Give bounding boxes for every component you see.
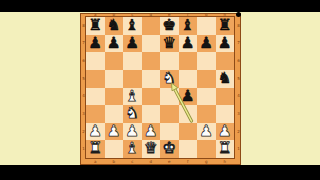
square-d7 (142, 35, 161, 53)
square-e5: ♞ (160, 70, 179, 88)
black-pawn: ♟ (125, 35, 139, 51)
square-d5 (142, 70, 161, 88)
file-label-h: h (223, 160, 226, 164)
black-pawn: ♟ (181, 88, 195, 104)
square-g3 (197, 105, 216, 123)
file-label-g: g (205, 160, 208, 164)
square-b1 (105, 140, 124, 158)
letterbox-bottom (0, 165, 320, 180)
white-rook: ♜ (218, 141, 232, 157)
square-d4 (142, 88, 161, 106)
square-h2: ♟ (216, 123, 235, 141)
black-pawn: ♟ (199, 35, 213, 51)
square-f5 (179, 70, 198, 88)
black-king: ♚ (162, 18, 176, 34)
file-labels-bottom: abcdefgh (86, 160, 234, 164)
square-f8: ♝ (179, 17, 198, 35)
rank-labels-right: 87654321 (236, 17, 241, 158)
square-h8: ♜ (216, 17, 235, 35)
square-e8: ♚ (160, 17, 179, 35)
white-queen: ♛ (144, 141, 158, 157)
file-label-a: a (94, 160, 96, 164)
square-c1: ♝ (123, 140, 142, 158)
square-e7: ♛ (160, 35, 179, 53)
square-c6 (123, 52, 142, 70)
white-rook: ♜ (88, 141, 102, 157)
square-g5 (197, 70, 216, 88)
white-king: ♚ (162, 141, 176, 157)
black-to-move-dot (236, 12, 241, 17)
file-label-e: e (168, 160, 170, 164)
letterbox-top (0, 0, 320, 12)
white-knight: ♞ (162, 70, 176, 86)
board-squares: ♜♞♝♚♝♜♟♟♟♛♟♟♟♞♞♝♟♞♟♟♟♟♟♟♜♝♛♚♜ (86, 17, 234, 158)
square-c8: ♝ (123, 17, 142, 35)
square-d1: ♛ (142, 140, 161, 158)
square-e1: ♚ (160, 140, 179, 158)
black-bishop: ♝ (181, 18, 195, 34)
black-knight: ♞ (218, 70, 232, 86)
square-a3 (86, 105, 105, 123)
rank-label-3: 3 (237, 112, 240, 116)
square-e6 (160, 52, 179, 70)
white-pawn: ♟ (88, 123, 102, 139)
square-a7: ♟ (86, 35, 105, 53)
square-h6 (216, 52, 235, 70)
square-g7: ♟ (197, 35, 216, 53)
square-c3: ♞ (123, 105, 142, 123)
white-pawn: ♟ (107, 123, 121, 139)
square-b8: ♞ (105, 17, 124, 35)
black-queen: ♛ (162, 35, 176, 51)
square-d8 (142, 17, 161, 35)
square-e4 (160, 88, 179, 106)
square-f7: ♟ (179, 35, 198, 53)
file-label-b: b (112, 160, 115, 164)
square-c2: ♟ (123, 123, 142, 141)
square-g2: ♟ (197, 123, 216, 141)
black-pawn: ♟ (88, 35, 102, 51)
black-rook: ♜ (218, 18, 232, 34)
square-a8: ♜ (86, 17, 105, 35)
white-bishop: ♝ (125, 141, 139, 157)
square-c7: ♟ (123, 35, 142, 53)
white-knight: ♞ (125, 106, 139, 122)
square-a2: ♟ (86, 123, 105, 141)
chess-board: abcdefgh abcdefgh 87654321 87654321 ♜♞♝♚… (80, 13, 241, 165)
square-e3 (160, 105, 179, 123)
square-b4 (105, 88, 124, 106)
square-f1 (179, 140, 198, 158)
square-f6 (179, 52, 198, 70)
file-label-d: d (149, 160, 152, 164)
square-g4 (197, 88, 216, 106)
white-pawn: ♟ (218, 123, 232, 139)
square-h4 (216, 88, 235, 106)
square-f4: ♟ (179, 88, 198, 106)
square-f3 (179, 105, 198, 123)
white-pawn: ♟ (199, 123, 213, 139)
board-inner-frame: ♜♞♝♚♝♜♟♟♟♛♟♟♟♞♞♝♟♞♟♟♟♟♟♟♜♝♛♚♜ (85, 16, 235, 159)
square-d2: ♟ (142, 123, 161, 141)
rank-label-1: 1 (237, 147, 240, 151)
file-label-f: f (187, 160, 188, 164)
square-a1: ♜ (86, 140, 105, 158)
white-bishop: ♝ (125, 88, 139, 104)
rank-label-8: 8 (237, 24, 240, 28)
square-a4 (86, 88, 105, 106)
square-b2: ♟ (105, 123, 124, 141)
square-e2 (160, 123, 179, 141)
black-bishop: ♝ (125, 18, 139, 34)
square-g6 (197, 52, 216, 70)
square-h3 (216, 105, 235, 123)
white-pawn: ♟ (144, 123, 158, 139)
white-pawn: ♟ (125, 123, 139, 139)
rank-label-7: 7 (237, 41, 240, 45)
black-pawn: ♟ (181, 35, 195, 51)
rank-label-4: 4 (237, 94, 240, 98)
file-label-c: c (131, 160, 133, 164)
rank-label-2: 2 (237, 130, 240, 134)
square-d6 (142, 52, 161, 70)
square-b6 (105, 52, 124, 70)
square-g8 (197, 17, 216, 35)
rank-label-6: 6 (237, 59, 240, 63)
square-c4: ♝ (123, 88, 142, 106)
square-h1: ♜ (216, 140, 235, 158)
square-g1 (197, 140, 216, 158)
square-a6 (86, 52, 105, 70)
square-d3 (142, 105, 161, 123)
square-b3 (105, 105, 124, 123)
square-a5 (86, 70, 105, 88)
square-b5 (105, 70, 124, 88)
square-f2 (179, 123, 198, 141)
black-knight: ♞ (107, 18, 121, 34)
square-h5: ♞ (216, 70, 235, 88)
black-pawn: ♟ (107, 35, 121, 51)
square-h7: ♟ (216, 35, 235, 53)
rank-label-5: 5 (237, 77, 240, 81)
square-b7: ♟ (105, 35, 124, 53)
square-c5 (123, 70, 142, 88)
black-pawn: ♟ (218, 35, 232, 51)
black-rook: ♜ (88, 18, 102, 34)
